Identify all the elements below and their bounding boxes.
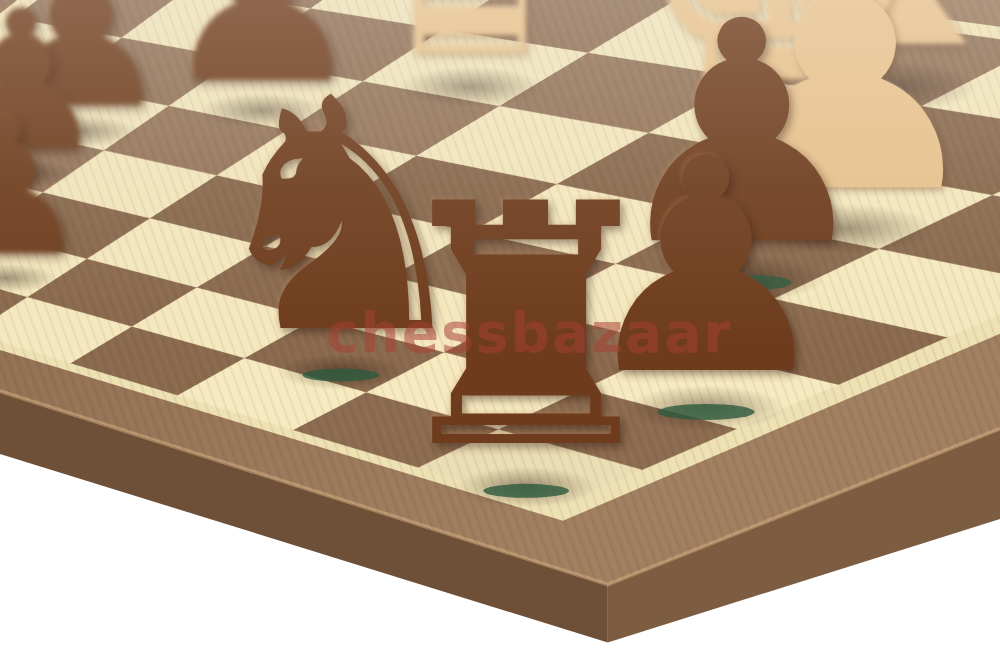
chess-photo-stage: ♜♞♟♟♟♟♟♟♟♛♚♝ chessbazaar	[0, 0, 1000, 667]
piece-black-pawn[interactable]: ♟	[0, 94, 91, 283]
piece-black-rook[interactable]: ♜	[377, 161, 676, 494]
